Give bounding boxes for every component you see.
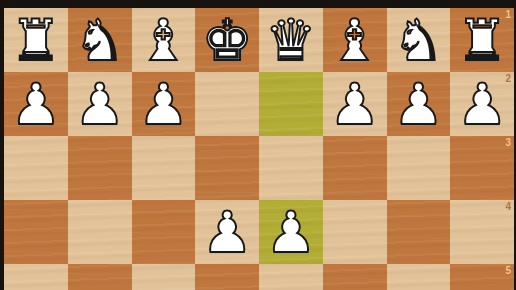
square-c5[interactable] [323,264,387,290]
white-king[interactable]: ♚ [195,8,259,72]
white-pawn[interactable]: ♟ [387,72,451,136]
square-f1[interactable]: ♝ [132,8,196,72]
square-d2[interactable] [259,72,323,136]
square-h3[interactable] [4,136,68,200]
white-pawn[interactable]: ♟ [4,72,68,136]
square-a5[interactable]: 5 [450,264,514,290]
square-a1[interactable]: ♜1 [450,8,514,72]
white-knight[interactable]: ♞ [387,8,451,72]
square-a3[interactable]: 3 [450,136,514,200]
square-d4[interactable]: ♟ [259,200,323,264]
white-bishop[interactable]: ♝ [132,8,196,72]
white-pawn[interactable]: ♟ [195,200,259,264]
square-e1[interactable]: ♚ [195,8,259,72]
square-g1[interactable]: ♞ [68,8,132,72]
square-c3[interactable] [323,136,387,200]
square-e5[interactable] [195,264,259,290]
square-e2[interactable] [195,72,259,136]
square-f5[interactable] [132,264,196,290]
chess-board: ♜♞♝♚♛♝♞♜1♟♟♟♟♟♟23♟♟45 [4,8,514,290]
rank-label-5: 5 [505,265,511,276]
square-a4[interactable]: 4 [450,200,514,264]
rank-label-2: 2 [505,73,511,84]
square-h1[interactable]: ♜ [4,8,68,72]
white-pawn[interactable]: ♟ [68,72,132,136]
square-h4[interactable] [4,200,68,264]
rank-label-1: 1 [505,9,511,20]
square-f4[interactable] [132,200,196,264]
rank-label-4: 4 [505,201,511,212]
square-b2[interactable]: ♟ [387,72,451,136]
square-d3[interactable] [259,136,323,200]
square-a2[interactable]: ♟2 [450,72,514,136]
white-knight[interactable]: ♞ [68,8,132,72]
white-rook[interactable]: ♜ [4,8,68,72]
white-queen[interactable]: ♛ [259,8,323,72]
square-e3[interactable] [195,136,259,200]
square-g4[interactable] [68,200,132,264]
square-g3[interactable] [68,136,132,200]
square-c2[interactable]: ♟ [323,72,387,136]
square-d1[interactable]: ♛ [259,8,323,72]
square-d5[interactable] [259,264,323,290]
white-pawn[interactable]: ♟ [450,72,514,136]
square-b1[interactable]: ♞ [387,8,451,72]
square-g2[interactable]: ♟ [68,72,132,136]
square-c4[interactable] [323,200,387,264]
white-bishop[interactable]: ♝ [323,8,387,72]
white-pawn[interactable]: ♟ [323,72,387,136]
square-c1[interactable]: ♝ [323,8,387,72]
square-b4[interactable] [387,200,451,264]
white-rook[interactable]: ♜ [450,8,514,72]
square-h5[interactable] [4,264,68,290]
square-b5[interactable] [387,264,451,290]
square-e4[interactable]: ♟ [195,200,259,264]
square-b3[interactable] [387,136,451,200]
white-pawn[interactable]: ♟ [259,200,323,264]
square-g5[interactable] [68,264,132,290]
rank-label-3: 3 [505,137,511,148]
square-f3[interactable] [132,136,196,200]
square-h2[interactable]: ♟ [4,72,68,136]
square-f2[interactable]: ♟ [132,72,196,136]
white-pawn[interactable]: ♟ [132,72,196,136]
